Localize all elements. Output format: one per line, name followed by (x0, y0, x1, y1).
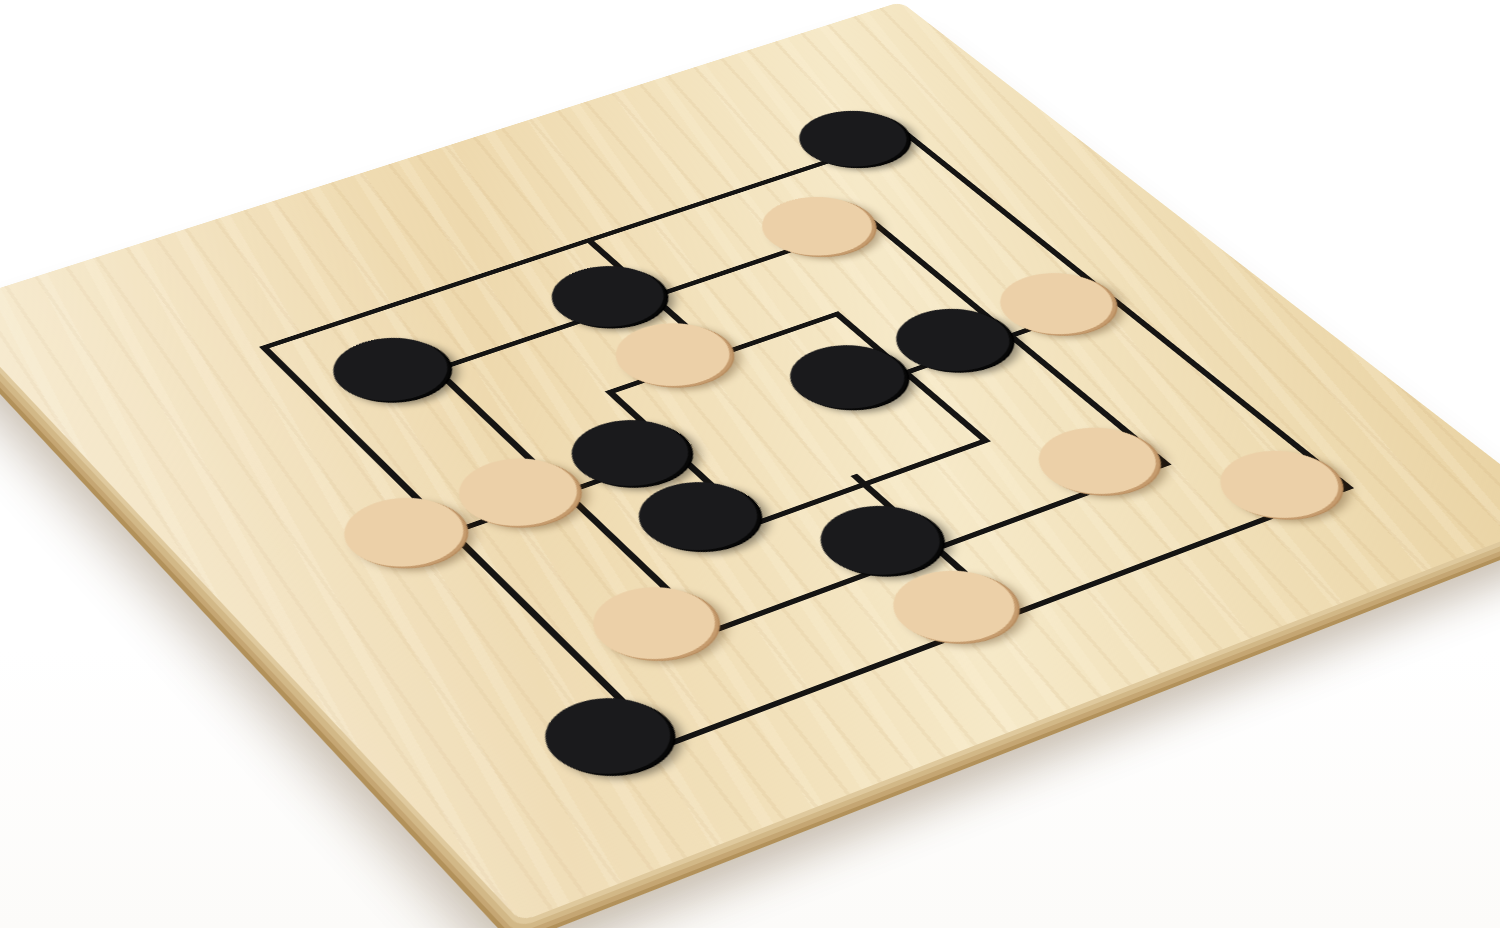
white-man-d1[interactable]: ● (852, 545, 1042, 655)
point-b6[interactable]: ● (298, 315, 470, 411)
product-photo-canvas: ●●●●●●●●●●●●●●●●●● (0, 0, 1500, 928)
point-d1[interactable]: ● (854, 545, 1040, 654)
morris-board: ●●●●●●●●●●●●●●●●●● (0, 2, 1500, 922)
white-man-f2[interactable]: ● (998, 404, 1182, 506)
point-b2[interactable]: ● (555, 562, 740, 671)
black-man-b6[interactable]: ● (297, 315, 473, 412)
point-f2[interactable]: ● (1000, 404, 1181, 505)
white-man-b2[interactable]: ● (553, 561, 742, 672)
white-man-f6[interactable]: ● (725, 176, 896, 266)
point-f6[interactable]: ● (727, 176, 895, 265)
